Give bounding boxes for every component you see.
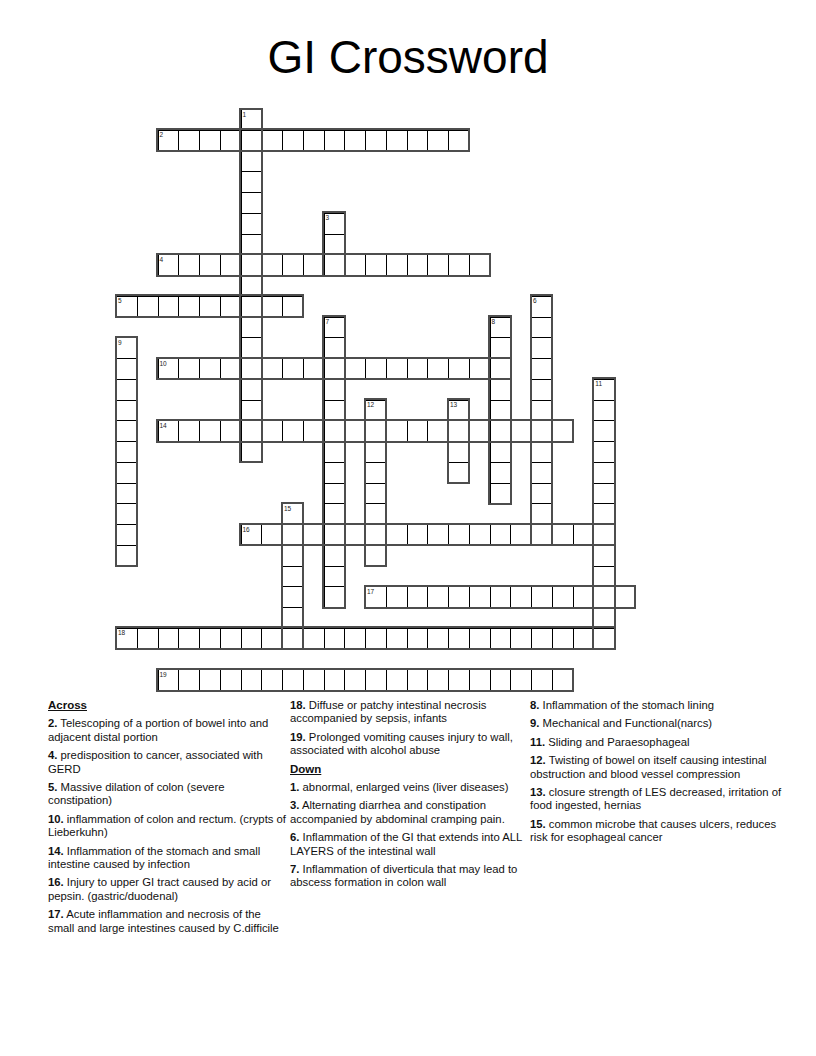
cell-r10-c18[interactable] [490, 317, 512, 339]
cell-r1-c2[interactable] [158, 130, 180, 152]
clue-number: 13. [530, 786, 546, 798]
clue-down-3: 3. Alternating diarrhea and constipation… [290, 799, 533, 826]
clue-number: 4. [48, 749, 57, 761]
cell-r14-c18[interactable] [490, 400, 512, 422]
cell-r10-c20[interactable] [531, 317, 553, 339]
cell-r21-c23[interactable] [593, 545, 615, 567]
cell-r15-c13[interactable] [386, 420, 408, 442]
cell-r27-c4[interactable] [199, 669, 221, 691]
cell-r9-c2[interactable] [158, 296, 180, 318]
clue-down-6: 6. Inflammation of the GI that extends i… [290, 831, 533, 858]
clue-across-4: 4. predisposition to cancer, associated … [48, 749, 286, 776]
cell-r0-c6[interactable] [241, 109, 263, 131]
cell-r23-c14[interactable] [407, 586, 429, 608]
cell-r25-c6[interactable] [241, 628, 263, 650]
clue-down-12: 12. Twisting of bowel on itself causing … [530, 754, 782, 781]
cell-r15-c12[interactable] [365, 420, 387, 442]
cell-r12-c7[interactable] [261, 358, 283, 380]
cell-r7-c12[interactable] [365, 254, 387, 276]
cell-r12-c13[interactable] [386, 358, 408, 380]
cell-r1-c15[interactable] [427, 130, 449, 152]
cell-r25-c17[interactable] [469, 628, 491, 650]
cell-r27-c16[interactable] [448, 669, 470, 691]
cell-r24-c8[interactable] [282, 607, 304, 629]
cell-r23-c10[interactable] [324, 586, 346, 608]
cell-r23-c18[interactable] [490, 586, 512, 608]
cell-r13-c0[interactable] [116, 379, 138, 401]
cell-r15-c6[interactable] [241, 420, 263, 442]
cell-r25-c23[interactable] [593, 628, 615, 650]
cell-r1-c10[interactable] [324, 130, 346, 152]
cell-r7-c13[interactable] [386, 254, 408, 276]
cell-r20-c17[interactable] [469, 524, 491, 546]
clue-across-19: 19. Prolonged vomiting causes injury to … [290, 731, 533, 758]
cell-r10-c6[interactable] [241, 317, 263, 339]
cell-r15-c23[interactable] [593, 420, 615, 442]
cell-r12-c20[interactable] [531, 358, 553, 380]
clue-number: 16. [48, 876, 64, 888]
cell-r27-c18[interactable] [490, 669, 512, 691]
cell-r12-c5[interactable] [220, 358, 242, 380]
clue-down-1: 1. abnormal, enlarged veins (liver disea… [290, 781, 533, 794]
cell-r20-c0[interactable] [116, 524, 138, 546]
cell-r27-c14[interactable] [407, 669, 429, 691]
cell-r15-c7[interactable] [261, 420, 283, 442]
cell-r25-c4[interactable] [199, 628, 221, 650]
cell-r9-c5[interactable] [220, 296, 242, 318]
clue-number: 5. [48, 781, 57, 793]
cell-r18-c0[interactable] [116, 483, 138, 505]
cell-r12-c12[interactable] [365, 358, 387, 380]
cell-r25-c21[interactable] [552, 628, 574, 650]
cell-r25-c8[interactable] [282, 628, 304, 650]
clue-number: 10. [48, 813, 64, 825]
clue-down-11: 11. Sliding and Paraesophageal [530, 736, 782, 749]
cell-r27-c20[interactable] [531, 669, 553, 691]
clue-down-7: 7. Inflammation of diverticula that may … [290, 863, 533, 890]
cell-r15-c2[interactable] [158, 420, 180, 442]
cell-r25-c12[interactable] [365, 628, 387, 650]
cell-r25-c9[interactable] [303, 628, 325, 650]
cell-r22-c8[interactable] [282, 566, 304, 588]
cell-r11-c20[interactable] [531, 337, 553, 359]
cell-r27-c15[interactable] [427, 669, 449, 691]
clue-across-2: 2. Telescoping of a portion of bowel int… [48, 717, 286, 744]
cell-r15-c9[interactable] [303, 420, 325, 442]
cell-r19-c12[interactable] [365, 503, 387, 525]
cell-r23-c22[interactable] [573, 586, 595, 608]
cell-r19-c0[interactable] [116, 503, 138, 525]
cell-r23-c8[interactable] [282, 586, 304, 608]
cell-r16-c12[interactable] [365, 441, 387, 463]
cell-r16-c6[interactable] [241, 441, 263, 463]
cell-r1-c16[interactable] [448, 130, 470, 152]
cell-r15-c0[interactable] [116, 420, 138, 442]
cell-r20-c22[interactable] [573, 524, 595, 546]
cell-r1-c11[interactable] [344, 130, 366, 152]
down-header: Down [290, 763, 533, 776]
clue-number: 18. [290, 699, 306, 711]
cell-r20-c21[interactable] [552, 524, 574, 546]
cell-r27-c5[interactable] [220, 669, 242, 691]
clue-number: 14. [48, 845, 64, 857]
clue-number: 17. [48, 908, 64, 920]
cell-r12-c9[interactable] [303, 358, 325, 380]
cell-r23-c20[interactable] [531, 586, 553, 608]
cell-r15-c11[interactable] [344, 420, 366, 442]
cell-r20-c14[interactable] [407, 524, 429, 546]
cell-r27-c3[interactable] [178, 669, 200, 691]
cell-r25-c22[interactable] [573, 628, 595, 650]
cell-r23-c13[interactable] [386, 586, 408, 608]
across-header: Across [48, 699, 286, 712]
clue-across-18: 18. Diffuse or patchy intestinal necrosi… [290, 699, 533, 726]
cell-r11-c6[interactable] [241, 337, 263, 359]
cell-r20-c13[interactable] [386, 524, 408, 546]
cell-r12-c16[interactable] [448, 358, 470, 380]
cell-r15-c3[interactable] [178, 420, 200, 442]
cell-r14-c12[interactable] [365, 400, 387, 422]
clue-number: 8. [530, 699, 539, 711]
clue-column-3: 8. Inflammation of the stomach lining9. … [530, 699, 782, 850]
cell-r8-c6[interactable] [241, 275, 263, 297]
cell-r25-c15[interactable] [427, 628, 449, 650]
cell-r9-c0[interactable] [116, 296, 138, 318]
cell-r25-c16[interactable] [448, 628, 470, 650]
cell-r9-c20[interactable] [531, 296, 553, 318]
cell-r12-c17[interactable] [469, 358, 491, 380]
clue-down-13: 13. closure strength of LES decreased, i… [530, 786, 782, 813]
cell-r17-c20[interactable] [531, 462, 553, 484]
cell-r17-c12[interactable] [365, 462, 387, 484]
cell-r3-c6[interactable] [241, 171, 263, 193]
clue-number: 11. [530, 736, 545, 748]
cell-r9-c4[interactable] [199, 296, 221, 318]
cell-r19-c23[interactable] [593, 503, 615, 525]
cell-r12-c10[interactable] [324, 358, 346, 380]
cell-r12-c11[interactable] [344, 358, 366, 380]
cell-r20-c19[interactable] [510, 524, 532, 546]
cell-r23-c16[interactable] [448, 586, 470, 608]
cell-r18-c20[interactable] [531, 483, 553, 505]
cell-r20-c12[interactable] [365, 524, 387, 546]
cell-r7-c6[interactable] [241, 254, 263, 276]
cell-r20-c20[interactable] [531, 524, 553, 546]
cell-r7-c17[interactable] [469, 254, 491, 276]
cell-r14-c6[interactable] [241, 400, 263, 422]
cell-r25-c0[interactable] [116, 628, 138, 650]
cell-r27-c9[interactable] [303, 669, 325, 691]
cell-r25-c19[interactable] [510, 628, 532, 650]
cell-r12-c14[interactable] [407, 358, 429, 380]
cell-r20-c8[interactable] [282, 524, 304, 546]
cell-r25-c20[interactable] [531, 628, 553, 650]
cell-r20-c16[interactable] [448, 524, 470, 546]
cell-r7-c5[interactable] [220, 254, 242, 276]
cell-r21-c8[interactable] [282, 545, 304, 567]
cell-r7-c10[interactable] [324, 254, 346, 276]
cell-r14-c23[interactable] [593, 400, 615, 422]
cell-r21-c0[interactable] [116, 545, 138, 567]
cell-r9-c6[interactable] [241, 296, 263, 318]
cell-r27-c7[interactable] [261, 669, 283, 691]
cell-r6-c6[interactable] [241, 234, 263, 256]
cell-r20-c18[interactable] [490, 524, 512, 546]
cell-r27-c10[interactable] [324, 669, 346, 691]
cell-r19-c20[interactable] [531, 503, 553, 525]
cell-r20-c6[interactable] [241, 524, 263, 546]
cell-r18-c12[interactable] [365, 483, 387, 505]
cell-r1-c9[interactable] [303, 130, 325, 152]
cell-r12-c4[interactable] [199, 358, 221, 380]
cell-r19-c10[interactable] [324, 503, 346, 525]
clue-number: 19. [290, 731, 306, 743]
cell-r20-c10[interactable] [324, 524, 346, 546]
cell-r7-c16[interactable] [448, 254, 470, 276]
cell-r4-c6[interactable] [241, 192, 263, 214]
cell-r12-c2[interactable] [158, 358, 180, 380]
cell-r15-c19[interactable] [510, 420, 532, 442]
clue-column-2: 18. Diffuse or patchy intestinal necrosi… [290, 699, 533, 895]
cell-r27-c12[interactable] [365, 669, 387, 691]
clue-across-10: 10. inflammation of colon and rectum. (c… [48, 813, 286, 840]
cell-r15-c10[interactable] [324, 420, 346, 442]
cell-r17-c0[interactable] [116, 462, 138, 484]
cell-r16-c20[interactable] [531, 441, 553, 463]
clue-across-5: 5. Massive dilation of colon (severe con… [48, 781, 286, 808]
cell-r1-c4[interactable] [199, 130, 221, 152]
cell-r17-c23[interactable] [593, 462, 615, 484]
cell-r12-c6[interactable] [241, 358, 263, 380]
cell-r23-c19[interactable] [510, 586, 532, 608]
clue-number: 1. [290, 781, 299, 793]
cell-r16-c10[interactable] [324, 441, 346, 463]
clue-number: 9. [530, 717, 539, 729]
clue-number: 2. [48, 717, 57, 729]
cell-r9-c1[interactable] [137, 296, 159, 318]
cell-r5-c6[interactable] [241, 213, 263, 235]
cell-r15-c5[interactable] [220, 420, 242, 442]
cell-r15-c16[interactable] [448, 420, 470, 442]
clue-down-15: 15. common microbe that causes ulcers, r… [530, 818, 782, 845]
cell-r13-c6[interactable] [241, 379, 263, 401]
cell-r25-c11[interactable] [344, 628, 366, 650]
cell-r7-c3[interactable] [178, 254, 200, 276]
cell-r5-c10[interactable] [324, 213, 346, 235]
cell-r14-c0[interactable] [116, 400, 138, 422]
cell-r12-c0[interactable] [116, 358, 138, 380]
cell-r1-c3[interactable] [178, 130, 200, 152]
cell-r7-c8[interactable] [282, 254, 304, 276]
cell-r25-c3[interactable] [178, 628, 200, 650]
cell-r7-c2[interactable] [158, 254, 180, 276]
cell-r22-c23[interactable] [593, 566, 615, 588]
cell-r10-c10[interactable] [324, 317, 346, 339]
clue-number: 12. [530, 754, 546, 766]
cell-r16-c23[interactable] [593, 441, 615, 463]
cell-r15-c15[interactable] [427, 420, 449, 442]
clue-across-14: 14. Inflammation of the stomach and smal… [48, 845, 286, 872]
cell-r17-c18[interactable] [490, 462, 512, 484]
cell-r27-c8[interactable] [282, 669, 304, 691]
crossword-board: 12345678910111213141516171819 [116, 109, 636, 691]
cell-r1-c14[interactable] [407, 130, 429, 152]
cell-r20-c7[interactable] [261, 524, 283, 546]
cell-r21-c10[interactable] [324, 545, 346, 567]
cell-r20-c11[interactable] [344, 524, 366, 546]
cell-r15-c20[interactable] [531, 420, 553, 442]
clue-number: 3. [290, 799, 299, 811]
cell-r1-c12[interactable] [365, 130, 387, 152]
cell-r13-c10[interactable] [324, 379, 346, 401]
cell-r21-c12[interactable] [365, 545, 387, 567]
cell-r15-c21[interactable] [552, 420, 574, 442]
cell-r11-c18[interactable] [490, 337, 512, 359]
cell-r9-c7[interactable] [261, 296, 283, 318]
cell-r27-c21[interactable] [552, 669, 574, 691]
cell-r1-c8[interactable] [282, 130, 304, 152]
cell-r25-c2[interactable] [158, 628, 180, 650]
page-title: GI Crossword [0, 30, 816, 84]
cell-r27-c17[interactable] [469, 669, 491, 691]
cell-r1-c13[interactable] [386, 130, 408, 152]
cell-r25-c13[interactable] [386, 628, 408, 650]
cell-r14-c10[interactable] [324, 400, 346, 422]
cell-r25-c10[interactable] [324, 628, 346, 650]
cell-r16-c0[interactable] [116, 441, 138, 463]
cell-r13-c18[interactable] [490, 379, 512, 401]
cell-r23-c21[interactable] [552, 586, 574, 608]
cell-r27-c19[interactable] [510, 669, 532, 691]
cell-r27-c13[interactable] [386, 669, 408, 691]
cell-r14-c16[interactable] [448, 400, 470, 422]
cell-r22-c10[interactable] [324, 566, 346, 588]
cell-r20-c23[interactable] [593, 524, 615, 546]
cell-r13-c23[interactable] [593, 379, 615, 401]
cell-r23-c24[interactable] [614, 586, 636, 608]
cell-r11-c10[interactable] [324, 337, 346, 359]
cell-r25-c18[interactable] [490, 628, 512, 650]
cell-r15-c18[interactable] [490, 420, 512, 442]
cell-r7-c11[interactable] [344, 254, 366, 276]
cell-r23-c12[interactable] [365, 586, 387, 608]
cell-r25-c5[interactable] [220, 628, 242, 650]
cell-r18-c18[interactable] [490, 483, 512, 505]
crossword-page: GI Crossword 123456789101112131415161718… [0, 0, 816, 1056]
cell-r15-c8[interactable] [282, 420, 304, 442]
cell-r25-c7[interactable] [261, 628, 283, 650]
cell-r19-c8[interactable] [282, 503, 304, 525]
cell-r25-c14[interactable] [407, 628, 429, 650]
cell-r20-c15[interactable] [427, 524, 449, 546]
cell-r17-c10[interactable] [324, 462, 346, 484]
clue-number: 6. [290, 831, 299, 843]
cell-r25-c1[interactable] [137, 628, 159, 650]
clue-across-16: 16. Injury to upper GI tract caused by a… [48, 876, 286, 903]
cell-r27-c6[interactable] [241, 669, 263, 691]
cell-r1-c6[interactable] [241, 130, 263, 152]
cell-r9-c3[interactable] [178, 296, 200, 318]
cell-r1-c7[interactable] [261, 130, 283, 152]
cell-r7-c4[interactable] [199, 254, 221, 276]
clue-down-8: 8. Inflammation of the stomach lining [530, 699, 782, 712]
cell-r9-c8[interactable] [282, 296, 304, 318]
clue-across-17: 17. Acute inflammation and necrosis of t… [48, 908, 286, 935]
cell-r14-c20[interactable] [531, 400, 553, 422]
cell-r18-c23[interactable] [593, 483, 615, 505]
cell-r12-c18[interactable] [490, 358, 512, 380]
cell-r7-c9[interactable] [303, 254, 325, 276]
cell-r15-c14[interactable] [407, 420, 429, 442]
cell-r13-c20[interactable] [531, 379, 553, 401]
clue-column-1: Across2. Telescoping of a portion of bow… [48, 699, 286, 940]
cell-r11-c0[interactable] [116, 337, 138, 359]
cell-r7-c15[interactable] [427, 254, 449, 276]
cell-r23-c15[interactable] [427, 586, 449, 608]
cell-r12-c8[interactable] [282, 358, 304, 380]
cell-r27-c11[interactable] [344, 669, 366, 691]
cell-r2-c6[interactable] [241, 151, 263, 173]
cell-r15-c4[interactable] [199, 420, 221, 442]
cell-r18-c10[interactable] [324, 483, 346, 505]
clue-down-9: 9. Mechanical and Functional(narcs) [530, 717, 782, 730]
cell-r17-c16[interactable] [448, 462, 470, 484]
cell-r27-c2[interactable] [158, 669, 180, 691]
cell-r15-c17[interactable] [469, 420, 491, 442]
cell-r16-c16[interactable] [448, 441, 470, 463]
cell-r24-c23[interactable] [593, 607, 615, 629]
cell-r7-c7[interactable] [261, 254, 283, 276]
cell-r7-c14[interactable] [407, 254, 429, 276]
cell-r20-c9[interactable] [303, 524, 325, 546]
cell-r6-c10[interactable] [324, 234, 346, 256]
cell-r16-c18[interactable] [490, 441, 512, 463]
cell-r12-c3[interactable] [178, 358, 200, 380]
cell-r1-c5[interactable] [220, 130, 242, 152]
cell-r23-c23[interactable] [593, 586, 615, 608]
cell-r23-c17[interactable] [469, 586, 491, 608]
clue-number: 15. [530, 818, 546, 830]
clue-number: 7. [290, 863, 299, 875]
cell-r12-c15[interactable] [427, 358, 449, 380]
